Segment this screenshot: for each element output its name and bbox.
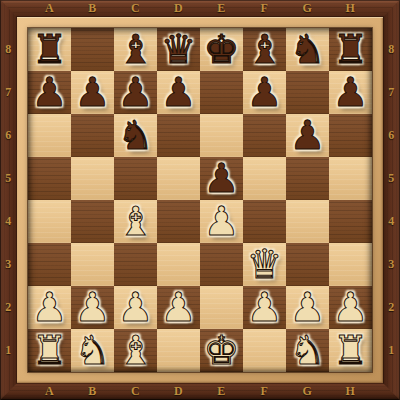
square-h6[interactable] — [329, 114, 372, 157]
piece-white-rook-a1[interactable]: ♜ — [32, 330, 68, 370]
square-f6[interactable] — [243, 114, 286, 157]
square-e2[interactable] — [200, 286, 243, 329]
piece-white-pawn-g2[interactable]: ♟ — [290, 287, 326, 327]
piece-white-pawn-d2[interactable]: ♟ — [161, 287, 197, 327]
square-d2[interactable]: ♟ — [157, 286, 200, 329]
file-label-E: E — [217, 1, 226, 16]
rank-label-8: 8 — [388, 42, 395, 57]
piece-white-pawn-f2[interactable]: ♟ — [247, 287, 283, 327]
file-label-D: D — [174, 384, 183, 399]
square-c3[interactable] — [114, 243, 157, 286]
piece-white-pawn-h2[interactable]: ♟ — [333, 287, 369, 327]
square-a5[interactable] — [28, 157, 71, 200]
piece-white-pawn-a2[interactable]: ♟ — [32, 287, 68, 327]
rank-label-1: 1 — [388, 343, 395, 358]
piece-white-rook-h1[interactable]: ♜ — [333, 330, 369, 370]
square-d6[interactable] — [157, 114, 200, 157]
file-label-B: B — [88, 384, 97, 399]
square-f5[interactable] — [243, 157, 286, 200]
file-label-A: A — [45, 1, 54, 16]
square-f7[interactable]: ♟ — [243, 71, 286, 114]
piece-white-pawn-b2[interactable]: ♟ — [75, 287, 111, 327]
square-e4[interactable]: ♟ — [200, 200, 243, 243]
rank-label-4: 4 — [388, 214, 395, 229]
square-b3[interactable] — [71, 243, 114, 286]
file-label-C: C — [131, 384, 140, 399]
square-h4[interactable] — [329, 200, 372, 243]
square-e5[interactable]: ♟ — [200, 157, 243, 200]
square-f4[interactable] — [243, 200, 286, 243]
square-c1[interactable]: ♝ — [114, 329, 157, 372]
square-f3[interactable]: ♛ — [243, 243, 286, 286]
piece-black-pawn-f7[interactable]: ♟ — [247, 72, 283, 112]
square-b6[interactable] — [71, 114, 114, 157]
rank-label-6: 6 — [388, 128, 395, 143]
file-label-B: B — [88, 1, 97, 16]
square-d4[interactable] — [157, 200, 200, 243]
square-a6[interactable] — [28, 114, 71, 157]
piece-black-pawn-a7[interactable]: ♟ — [32, 72, 68, 112]
square-g6[interactable]: ♟ — [286, 114, 329, 157]
file-label-E: E — [217, 384, 226, 399]
piece-white-bishop-c4[interactable]: ♝ — [118, 201, 154, 241]
piece-white-queen-f3[interactable]: ♛ — [247, 244, 283, 284]
square-g1[interactable]: ♞ — [286, 329, 329, 372]
piece-black-bishop-f8[interactable]: ♝ — [247, 29, 283, 69]
piece-black-pawn-g6[interactable]: ♟ — [290, 115, 326, 155]
rank-label-5: 5 — [5, 171, 12, 186]
piece-black-rook-h8[interactable]: ♜ — [333, 29, 369, 69]
piece-black-bishop-c8[interactable]: ♝ — [118, 29, 154, 69]
piece-black-pawn-c7[interactable]: ♟ — [118, 72, 154, 112]
square-h7[interactable]: ♟ — [329, 71, 372, 114]
piece-white-pawn-c2[interactable]: ♟ — [118, 287, 154, 327]
rank-label-2: 2 — [388, 300, 395, 315]
file-label-C: C — [131, 1, 140, 16]
rank-labels-right: 87654321 — [383, 28, 400, 372]
square-c7[interactable]: ♟ — [114, 71, 157, 114]
square-d3[interactable] — [157, 243, 200, 286]
square-a8[interactable]: ♜ — [28, 28, 71, 71]
piece-black-pawn-e5[interactable]: ♟ — [204, 158, 240, 198]
file-labels-bottom: ABCDEFGH — [28, 383, 372, 400]
square-c2[interactable]: ♟ — [114, 286, 157, 329]
square-a4[interactable] — [28, 200, 71, 243]
square-e8[interactable]: ♚ — [200, 28, 243, 71]
square-g7[interactable] — [286, 71, 329, 114]
file-label-A: A — [45, 384, 54, 399]
piece-white-knight-b1[interactable]: ♞ — [75, 330, 111, 370]
square-e6[interactable] — [200, 114, 243, 157]
square-c6[interactable]: ♞ — [114, 114, 157, 157]
file-label-G: G — [303, 384, 313, 399]
square-g8[interactable]: ♞ — [286, 28, 329, 71]
square-d1[interactable] — [157, 329, 200, 372]
rank-label-1: 1 — [5, 343, 12, 358]
square-e1[interactable]: ♚ — [200, 329, 243, 372]
square-a7[interactable]: ♟ — [28, 71, 71, 114]
square-g2[interactable]: ♟ — [286, 286, 329, 329]
rank-label-8: 8 — [5, 42, 12, 57]
piece-black-pawn-b7[interactable]: ♟ — [75, 72, 111, 112]
file-label-H: H — [346, 1, 356, 16]
piece-black-pawn-h7[interactable]: ♟ — [333, 72, 369, 112]
file-label-F: F — [261, 1, 269, 16]
rank-labels-left: 87654321 — [0, 28, 17, 372]
file-label-F: F — [261, 384, 269, 399]
board-squares: ♜♝♛♚♝♞♜♟♟♟♟♟♟♞♟♟♝♟♛♟♟♟♟♟♟♟♜♞♝♚♞♜ — [28, 28, 372, 372]
piece-black-knight-g8[interactable]: ♞ — [290, 29, 326, 69]
rank-label-6: 6 — [5, 128, 12, 143]
square-f8[interactable]: ♝ — [243, 28, 286, 71]
square-d7[interactable]: ♟ — [157, 71, 200, 114]
square-e3[interactable] — [200, 243, 243, 286]
rank-label-2: 2 — [5, 300, 12, 315]
square-d5[interactable] — [157, 157, 200, 200]
chessboard: ABCDEFGH ABCDEFGH 87654321 87654321 ♜♝♛♚… — [0, 0, 400, 400]
square-h8[interactable]: ♜ — [329, 28, 372, 71]
square-b1[interactable]: ♞ — [71, 329, 114, 372]
file-label-D: D — [174, 1, 183, 16]
square-a2[interactable]: ♟ — [28, 286, 71, 329]
rank-label-7: 7 — [5, 85, 12, 100]
rank-label-7: 7 — [388, 85, 395, 100]
piece-white-bishop-c1[interactable]: ♝ — [118, 330, 154, 370]
square-b7[interactable]: ♟ — [71, 71, 114, 114]
square-g5[interactable] — [286, 157, 329, 200]
square-h1[interactable]: ♜ — [329, 329, 372, 372]
piece-white-king-e1[interactable]: ♚ — [204, 330, 240, 370]
square-b8[interactable] — [71, 28, 114, 71]
square-g4[interactable] — [286, 200, 329, 243]
piece-black-knight-c6[interactable]: ♞ — [118, 115, 154, 155]
square-c8[interactable]: ♝ — [114, 28, 157, 71]
square-h2[interactable]: ♟ — [329, 286, 372, 329]
square-b4[interactable] — [71, 200, 114, 243]
piece-black-queen-d8[interactable]: ♛ — [161, 29, 197, 69]
square-a3[interactable] — [28, 243, 71, 286]
piece-white-pawn-e4[interactable]: ♟ — [204, 201, 240, 241]
piece-black-pawn-d7[interactable]: ♟ — [161, 72, 197, 112]
square-h5[interactable] — [329, 157, 372, 200]
square-b2[interactable]: ♟ — [71, 286, 114, 329]
square-f2[interactable]: ♟ — [243, 286, 286, 329]
file-labels-top: ABCDEFGH — [28, 0, 372, 17]
square-f1[interactable] — [243, 329, 286, 372]
rank-label-3: 3 — [388, 257, 395, 272]
rank-label-4: 4 — [5, 214, 12, 229]
square-e7[interactable] — [200, 71, 243, 114]
rank-label-5: 5 — [388, 171, 395, 186]
piece-black-rook-a8[interactable]: ♜ — [32, 29, 68, 69]
piece-black-king-e8[interactable]: ♚ — [204, 29, 240, 69]
square-b5[interactable] — [71, 157, 114, 200]
square-h3[interactable] — [329, 243, 372, 286]
piece-white-knight-g1[interactable]: ♞ — [290, 330, 326, 370]
square-c5[interactable] — [114, 157, 157, 200]
rank-label-3: 3 — [5, 257, 12, 272]
file-label-G: G — [303, 1, 313, 16]
square-d8[interactable]: ♛ — [157, 28, 200, 71]
square-c4[interactable]: ♝ — [114, 200, 157, 243]
square-a1[interactable]: ♜ — [28, 329, 71, 372]
square-g3[interactable] — [286, 243, 329, 286]
file-label-H: H — [346, 384, 356, 399]
